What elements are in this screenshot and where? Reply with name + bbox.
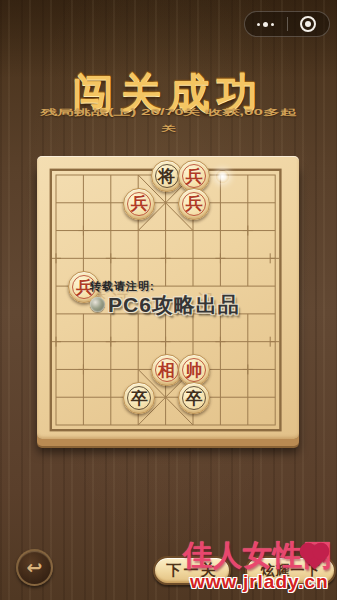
back-button[interactable]: ↩ bbox=[16, 549, 53, 586]
pc6-logo-icon bbox=[90, 297, 105, 312]
level-progress-text-line2: 关 bbox=[0, 124, 337, 134]
piece-black-卒[interactable]: 卒 bbox=[178, 382, 210, 414]
close-button[interactable] bbox=[288, 12, 330, 36]
sparkle-effect-icon bbox=[216, 170, 229, 183]
screen: 闯关成功 残局挑战(上) 20/70关 收获,00多起 关 楚河 汉界 将兵兵兵… bbox=[0, 0, 337, 600]
more-button[interactable] bbox=[245, 12, 287, 36]
show-off-button[interactable]: 炫耀一下 bbox=[245, 556, 336, 585]
wechat-capsule bbox=[244, 11, 330, 37]
pc6-watermark-brand: PC6攻略出品 bbox=[108, 294, 240, 315]
level-progress-text: 残局挑战(上) 20/70关 收获,00多起 bbox=[0, 107, 337, 118]
close-target-icon bbox=[300, 16, 316, 32]
pc6-watermark-note: 转载请注明: bbox=[90, 281, 240, 292]
more-dots-icon bbox=[257, 22, 274, 27]
piece-red-兵[interactable]: 兵 bbox=[178, 188, 210, 220]
pc6-watermark: 转载请注明: PC6攻略出品 bbox=[90, 281, 240, 315]
back-arrow-icon: ↩ bbox=[27, 556, 43, 579]
piece-black-卒[interactable]: 卒 bbox=[123, 382, 155, 414]
next-level-button[interactable]: 下一关 bbox=[153, 556, 231, 585]
piece-red-兵[interactable]: 兵 bbox=[123, 188, 155, 220]
